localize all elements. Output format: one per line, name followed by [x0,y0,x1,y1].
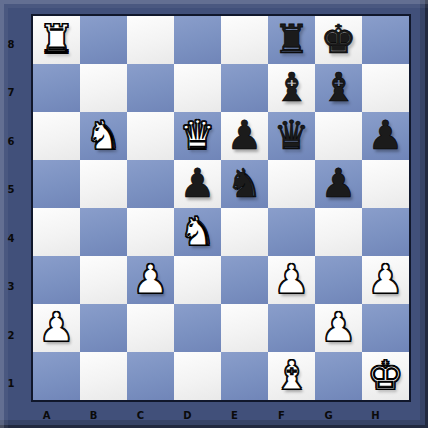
square-f4[interactable] [268,208,315,256]
rank-label-1: 1 [0,360,31,409]
white-knight-piece[interactable]: ♞ [86,115,122,155]
square-e2[interactable] [221,304,268,352]
square-c8[interactable] [127,16,174,64]
file-label-b: B [70,404,117,426]
square-g5[interactable]: ♟ [315,160,362,208]
square-d5[interactable]: ♟ [174,160,221,208]
rank-label-6: 6 [0,117,31,166]
square-a2[interactable]: ♟ [33,304,80,352]
square-f7[interactable]: ♝ [268,64,315,112]
square-c2[interactable] [127,304,174,352]
square-g2[interactable]: ♟ [315,304,362,352]
square-a6[interactable] [33,112,80,160]
black-bishop-piece[interactable]: ♝ [274,67,310,107]
square-c6[interactable] [127,112,174,160]
square-d4[interactable]: ♞ [174,208,221,256]
file-label-c: C [117,404,164,426]
rank-label-8: 8 [0,20,31,69]
square-c4[interactable] [127,208,174,256]
square-h2[interactable] [362,304,409,352]
square-h1[interactable]: ♚ [362,352,409,400]
square-c7[interactable] [127,64,174,112]
file-label-g: G [305,404,352,426]
square-d6[interactable]: ♛ [174,112,221,160]
square-b8[interactable] [80,16,127,64]
square-d7[interactable] [174,64,221,112]
square-h3[interactable]: ♟ [362,256,409,304]
black-bishop-piece[interactable]: ♝ [321,67,357,107]
file-label-a: A [23,404,70,426]
board: ♜♜♚♝♝♞♛♟♛♟♟♞♟♞♟♟♟♟♟♝♚ [31,14,411,402]
white-pawn-piece[interactable]: ♟ [321,307,357,347]
square-d1[interactable] [174,352,221,400]
square-a1[interactable] [33,352,80,400]
black-pawn-piece[interactable]: ♟ [321,163,357,203]
square-g6[interactable] [315,112,362,160]
black-queen-piece[interactable]: ♛ [274,115,310,155]
white-bishop-piece[interactable]: ♝ [274,355,310,395]
white-queen-piece[interactable]: ♛ [180,115,216,155]
square-e4[interactable] [221,208,268,256]
square-d2[interactable] [174,304,221,352]
rank-label-2: 2 [0,311,31,360]
square-c3[interactable]: ♟ [127,256,174,304]
square-a8[interactable]: ♜ [33,16,80,64]
square-b4[interactable] [80,208,127,256]
square-g1[interactable] [315,352,362,400]
square-d8[interactable] [174,16,221,64]
white-pawn-piece[interactable]: ♟ [39,307,75,347]
square-e8[interactable] [221,16,268,64]
white-pawn-piece[interactable]: ♟ [368,259,404,299]
white-pawn-piece[interactable]: ♟ [274,259,310,299]
square-h8[interactable] [362,16,409,64]
square-f3[interactable]: ♟ [268,256,315,304]
square-e1[interactable] [221,352,268,400]
file-labels: ABCDEFGH [33,404,409,426]
square-g3[interactable] [315,256,362,304]
square-d3[interactable] [174,256,221,304]
black-knight-piece[interactable]: ♞ [227,163,263,203]
square-a5[interactable] [33,160,80,208]
white-king-piece[interactable]: ♚ [368,355,404,395]
square-g4[interactable] [315,208,362,256]
white-rook-piece[interactable]: ♜ [39,19,75,59]
black-pawn-piece[interactable]: ♟ [180,163,216,203]
square-b2[interactable] [80,304,127,352]
square-h4[interactable] [362,208,409,256]
rank-labels: 87654321 [0,14,31,402]
square-b1[interactable] [80,352,127,400]
file-label-h: H [352,404,399,426]
square-f2[interactable] [268,304,315,352]
square-c5[interactable] [127,160,174,208]
square-e6[interactable]: ♟ [221,112,268,160]
square-b5[interactable] [80,160,127,208]
square-b6[interactable]: ♞ [80,112,127,160]
white-pawn-piece[interactable]: ♟ [133,259,169,299]
square-g8[interactable]: ♚ [315,16,362,64]
file-label-f: F [258,404,305,426]
rank-label-3: 3 [0,263,31,312]
square-g7[interactable]: ♝ [315,64,362,112]
square-e3[interactable] [221,256,268,304]
square-f1[interactable]: ♝ [268,352,315,400]
file-label-e: E [211,404,258,426]
black-pawn-piece[interactable]: ♟ [368,115,404,155]
white-knight-piece[interactable]: ♞ [180,211,216,251]
square-c1[interactable] [127,352,174,400]
file-label-d: D [164,404,211,426]
square-h5[interactable] [362,160,409,208]
square-f8[interactable]: ♜ [268,16,315,64]
square-e5[interactable]: ♞ [221,160,268,208]
square-e7[interactable] [221,64,268,112]
square-a4[interactable] [33,208,80,256]
black-rook-piece[interactable]: ♜ [274,19,310,59]
square-a7[interactable] [33,64,80,112]
black-pawn-piece[interactable]: ♟ [227,115,263,155]
black-king-piece[interactable]: ♚ [321,19,357,59]
rank-label-5: 5 [0,166,31,215]
square-b7[interactable] [80,64,127,112]
square-b3[interactable] [80,256,127,304]
square-f6[interactable]: ♛ [268,112,315,160]
square-h6[interactable]: ♟ [362,112,409,160]
square-f5[interactable] [268,160,315,208]
rank-label-4: 4 [0,214,31,263]
rank-label-7: 7 [0,69,31,118]
square-h7[interactable] [362,64,409,112]
square-a3[interactable] [33,256,80,304]
chess-board-frame: 87654321 ♜♜♚♝♝♞♛♟♛♟♟♞♟♞♟♟♟♟♟♝♚ ABCDEFGH [0,0,428,428]
